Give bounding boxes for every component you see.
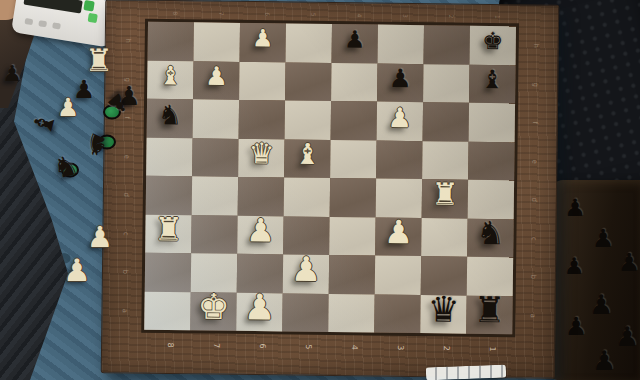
square-b8[interactable] [145,253,191,292]
square-g3[interactable]: ♟ [377,63,423,102]
piece-white-king-a7[interactable]: ♚ [197,289,229,325]
piece-black-queen-a2[interactable]: ♛ [427,292,459,328]
captured-black-pawn[interactable]: ♟ [2,63,22,85]
square-h7[interactable] [194,22,240,61]
square-g5[interactable] [285,62,331,101]
captured-black-knight-lying[interactable]: ♞ [50,150,82,184]
piece-white-queen-e6[interactable]: ♛ [248,140,274,169]
square-h1[interactable]: ♚ [470,26,516,65]
square-g6[interactable] [239,61,285,100]
square-a2[interactable]: ♛ [420,295,466,334]
piece-black-king-h1[interactable]: ♚ [482,30,504,54]
square-f7[interactable] [193,99,239,138]
square-e3[interactable] [376,140,422,179]
clock-button[interactable] [24,18,33,25]
piece-white-pawn-b5[interactable]: ♟ [291,253,322,287]
playing-area: ♟♟♚♝♟♟♝♞♟♛♝♜♜♟♟♞♟♚♟♛♜ [144,22,516,334]
square-h3[interactable] [378,25,424,64]
square-e4[interactable] [330,140,376,179]
square-b5[interactable]: ♟ [283,254,329,293]
square-f6[interactable] [239,100,285,139]
file-label-left-e: e [107,148,146,164]
square-c8[interactable]: ♜ [145,214,191,253]
board-bottom-rank-labels: 87654321 [144,337,512,357]
piece-white-pawn-a6[interactable]: ♟ [243,290,275,326]
square-f4[interactable] [331,101,377,140]
captured-white-pawn[interactable]: ♟ [87,223,113,252]
square-g7[interactable]: ♟ [193,61,239,100]
square-e1[interactable] [468,141,514,180]
clock-green-button[interactable] [83,0,94,11]
square-b4[interactable] [329,255,375,294]
tray-black-piece[interactable]: ♟ [564,255,585,278]
piece-white-rook-c8[interactable]: ♜ [154,213,183,246]
square-a1[interactable]: ♜ [466,295,512,334]
piece-black-knight-f8[interactable]: ♞ [158,101,183,128]
square-d5[interactable] [284,177,330,216]
square-f5[interactable] [285,100,331,139]
square-a4[interactable] [328,293,374,332]
square-g4[interactable] [331,63,377,102]
file-label-right-e: e [515,153,554,169]
board-right-file-labels: hgfedcba [524,26,544,334]
piece-white-pawn-c3[interactable]: ♟ [384,216,413,249]
square-c2[interactable] [421,218,467,257]
square-d6[interactable] [238,177,284,216]
square-d7[interactable] [192,176,238,215]
square-d2[interactable]: ♜ [422,179,468,218]
clock-green-button-2[interactable] [88,13,98,23]
square-h2[interactable] [424,25,470,64]
square-g1[interactable]: ♝ [469,64,515,103]
piece-black-knight-c1[interactable]: ♞ [476,217,505,250]
square-h8[interactable] [148,22,194,61]
board-left-file-labels: hgfedcba [116,21,136,329]
tray-black-piece[interactable]: ♟ [592,226,614,251]
square-d3[interactable] [376,179,422,218]
square-h4[interactable]: ♟ [332,24,378,63]
file-label-left-d: d [107,187,146,203]
file-label-right-h: h [516,38,555,54]
tray-black-piece[interactable]: ♟ [565,314,587,339]
tray-black-piece[interactable]: ♟ [592,347,616,374]
square-c6[interactable]: ♟ [237,215,283,254]
square-g8[interactable]: ♝ [147,60,193,99]
piece-black-pawn-h4[interactable]: ♟ [344,28,366,52]
square-a6[interactable]: ♟ [236,292,282,331]
square-e2[interactable] [422,141,468,180]
square-c3[interactable]: ♟ [375,217,421,256]
square-e8[interactable] [146,137,192,176]
square-d1[interactable] [468,180,514,219]
piece-black-rook-a1[interactable]: ♜ [473,292,505,328]
file-label-left-b: b [106,264,145,280]
square-e5[interactable]: ♝ [284,139,330,178]
piece-white-rook-d2[interactable]: ♜ [431,179,459,210]
square-h6[interactable]: ♟ [240,23,286,62]
clock-button[interactable] [38,20,47,27]
piece-white-bishop-g8[interactable]: ♝ [159,63,182,89]
square-f8[interactable]: ♞ [147,99,193,138]
file-label-right-g: g [516,76,555,92]
clock-button[interactable] [52,22,61,29]
square-f1[interactable] [469,103,515,142]
square-c7[interactable] [191,215,237,254]
square-d8[interactable] [146,176,192,215]
tray-black-piece[interactable]: ♟ [589,291,613,318]
square-a8[interactable] [144,291,190,330]
square-g2[interactable] [423,64,469,103]
file-label-left-a: a [105,302,144,318]
paper-strip [426,365,506,380]
file-label-right-f: f [515,115,554,131]
file-label-right-d: d [515,192,554,208]
captured-white-rook[interactable]: ♜ [85,45,113,76]
piece-white-pawn-g7[interactable]: ♟ [205,64,228,90]
square-d4[interactable] [330,178,376,217]
square-h5[interactable] [286,23,332,62]
captured-black-bishop-lying[interactable]: ♝ [28,109,59,138]
piece-black-bishop-g1[interactable]: ♝ [481,67,504,93]
captured-white-pawn[interactable]: ♟ [63,255,91,286]
file-label-right-c: c [514,230,553,246]
square-f3[interactable]: ♟ [377,102,423,141]
square-a5[interactable] [282,293,328,332]
square-c1[interactable]: ♞ [467,218,513,257]
square-e6[interactable]: ♛ [238,138,284,177]
square-b3[interactable] [375,256,421,295]
scene-overhead-chess-photo: ♟♟♟♟♟♟♟♟ 87654321 hgfedcba hgfedcba 8765… [0,0,640,380]
tray-black-piece[interactable]: ♟ [618,250,640,275]
piece-white-bishop-e5[interactable]: ♝ [294,140,320,169]
file-label-right-b: b [514,269,553,285]
clock-display [23,0,82,14]
tray-black-piece[interactable]: ♟ [615,323,639,350]
chess-board: 87654321 hgfedcba hgfedcba 87654321 ♟♟♚♝… [101,0,560,379]
tray-black-piece[interactable]: ♟ [564,196,586,220]
square-a7[interactable]: ♚ [190,292,236,331]
square-a3[interactable] [374,294,420,333]
file-label-right-a: a [513,307,552,323]
piece-white-pawn-f3[interactable]: ♟ [388,104,413,131]
file-label-left-h: h [108,33,147,49]
square-c4[interactable] [329,216,375,255]
piece-white-pawn-h6[interactable]: ♟ [252,27,274,51]
piece-black-pawn-g3[interactable]: ♟ [389,66,412,92]
piece-white-pawn-c6[interactable]: ♟ [246,215,275,248]
square-f2[interactable] [423,102,469,141]
square-e7[interactable] [192,138,238,177]
